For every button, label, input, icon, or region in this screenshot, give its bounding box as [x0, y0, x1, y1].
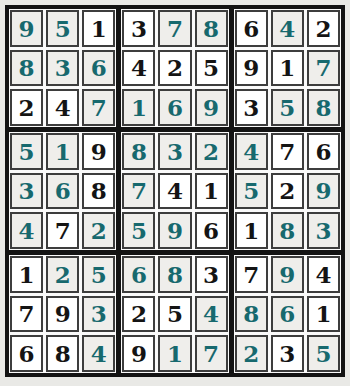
- cell-r6c9[interactable]: 3: [307, 212, 340, 249]
- cell-r3c5[interactable]: 6: [158, 89, 191, 126]
- cell-r1c3[interactable]: 1: [82, 10, 115, 47]
- cell-r1c2[interactable]: 5: [46, 10, 79, 47]
- cell-r6c6[interactable]: 6: [195, 212, 228, 249]
- cell-r3c3[interactable]: 7: [82, 89, 115, 126]
- cell-r7c9[interactable]: 4: [307, 256, 340, 293]
- cell-r6c5[interactable]: 9: [158, 212, 191, 249]
- cell-r3c6[interactable]: 9: [195, 89, 228, 126]
- cell-r6c3[interactable]: 2: [82, 212, 115, 249]
- cell-r7c6[interactable]: 3: [195, 256, 228, 293]
- cell-r8c9[interactable]: 1: [307, 296, 340, 333]
- box-3: 642917358: [234, 9, 341, 127]
- cell-r8c5[interactable]: 5: [158, 296, 191, 333]
- cell-r1c5[interactable]: 7: [158, 10, 191, 47]
- box-7: 125793684: [9, 255, 116, 373]
- cell-r4c9[interactable]: 6: [307, 133, 340, 170]
- cell-r3c2[interactable]: 4: [46, 89, 79, 126]
- cell-r7c3[interactable]: 5: [82, 256, 115, 293]
- cell-r4c6[interactable]: 2: [195, 133, 228, 170]
- cell-r4c2[interactable]: 1: [46, 133, 79, 170]
- cell-r7c5[interactable]: 8: [158, 256, 191, 293]
- cell-r8c1[interactable]: 7: [10, 296, 43, 333]
- cell-r5c9[interactable]: 9: [307, 173, 340, 210]
- cell-r2c2[interactable]: 3: [46, 50, 79, 87]
- sudoku-board: 9518362473784251696429173585193684728327…: [5, 5, 345, 377]
- sudoku-page: 9518362473784251696429173585193684728327…: [0, 0, 350, 386]
- cell-r3c1[interactable]: 2: [10, 89, 43, 126]
- cell-r3c7[interactable]: 3: [235, 89, 268, 126]
- cell-r9c8[interactable]: 3: [271, 335, 304, 372]
- cell-r7c1[interactable]: 1: [10, 256, 43, 293]
- cell-r5c3[interactable]: 8: [82, 173, 115, 210]
- cell-r2c1[interactable]: 8: [10, 50, 43, 87]
- cell-r8c2[interactable]: 9: [46, 296, 79, 333]
- cell-r4c1[interactable]: 5: [10, 133, 43, 170]
- cell-r9c7[interactable]: 2: [235, 335, 268, 372]
- box-4: 519368472: [9, 132, 116, 250]
- cell-r4c5[interactable]: 3: [158, 133, 191, 170]
- cell-r8c3[interactable]: 3: [82, 296, 115, 333]
- cell-r2c5[interactable]: 2: [158, 50, 191, 87]
- box-2: 378425169: [121, 9, 228, 127]
- cell-r3c8[interactable]: 5: [271, 89, 304, 126]
- cell-r2c3[interactable]: 6: [82, 50, 115, 87]
- cell-r5c7[interactable]: 5: [235, 173, 268, 210]
- cell-r9c2[interactable]: 8: [46, 335, 79, 372]
- cell-r8c6[interactable]: 4: [195, 296, 228, 333]
- cell-r1c7[interactable]: 6: [235, 10, 268, 47]
- box-6: 476529183: [234, 132, 341, 250]
- cell-r5c2[interactable]: 6: [46, 173, 79, 210]
- cell-r4c8[interactable]: 7: [271, 133, 304, 170]
- cell-r9c1[interactable]: 6: [10, 335, 43, 372]
- cell-r6c1[interactable]: 4: [10, 212, 43, 249]
- box-8: 683254917: [121, 255, 228, 373]
- cell-r5c1[interactable]: 3: [10, 173, 43, 210]
- cell-r3c4[interactable]: 1: [122, 89, 155, 126]
- cell-r5c5[interactable]: 4: [158, 173, 191, 210]
- cell-r1c4[interactable]: 3: [122, 10, 155, 47]
- cell-r9c6[interactable]: 7: [195, 335, 228, 372]
- cell-r3c9[interactable]: 8: [307, 89, 340, 126]
- cell-r1c1[interactable]: 9: [10, 10, 43, 47]
- box-5: 832741596: [121, 132, 228, 250]
- cell-r1c8[interactable]: 4: [271, 10, 304, 47]
- cell-r6c8[interactable]: 8: [271, 212, 304, 249]
- cell-r8c7[interactable]: 8: [235, 296, 268, 333]
- cell-r4c4[interactable]: 8: [122, 133, 155, 170]
- cell-r9c4[interactable]: 9: [122, 335, 155, 372]
- box-9: 794861235: [234, 255, 341, 373]
- cell-r1c9[interactable]: 2: [307, 10, 340, 47]
- cell-r6c2[interactable]: 7: [46, 212, 79, 249]
- cell-r9c3[interactable]: 4: [82, 335, 115, 372]
- cell-r4c3[interactable]: 9: [82, 133, 115, 170]
- cell-r2c7[interactable]: 9: [235, 50, 268, 87]
- cell-r2c4[interactable]: 4: [122, 50, 155, 87]
- cell-r7c7[interactable]: 7: [235, 256, 268, 293]
- cell-r6c7[interactable]: 1: [235, 212, 268, 249]
- cell-r5c4[interactable]: 7: [122, 173, 155, 210]
- cell-r8c4[interactable]: 2: [122, 296, 155, 333]
- cell-r7c2[interactable]: 2: [46, 256, 79, 293]
- cell-r6c4[interactable]: 5: [122, 212, 155, 249]
- cell-r7c4[interactable]: 6: [122, 256, 155, 293]
- cell-r9c5[interactable]: 1: [158, 335, 191, 372]
- cell-r5c6[interactable]: 1: [195, 173, 228, 210]
- cell-r9c9[interactable]: 5: [307, 335, 340, 372]
- cell-r2c9[interactable]: 7: [307, 50, 340, 87]
- cell-r8c8[interactable]: 6: [271, 296, 304, 333]
- cell-r7c8[interactable]: 9: [271, 256, 304, 293]
- cell-r2c6[interactable]: 5: [195, 50, 228, 87]
- cell-r5c8[interactable]: 2: [271, 173, 304, 210]
- cell-r4c7[interactable]: 4: [235, 133, 268, 170]
- cell-r1c6[interactable]: 8: [195, 10, 228, 47]
- cell-r2c8[interactable]: 1: [271, 50, 304, 87]
- box-1: 951836247: [9, 9, 116, 127]
